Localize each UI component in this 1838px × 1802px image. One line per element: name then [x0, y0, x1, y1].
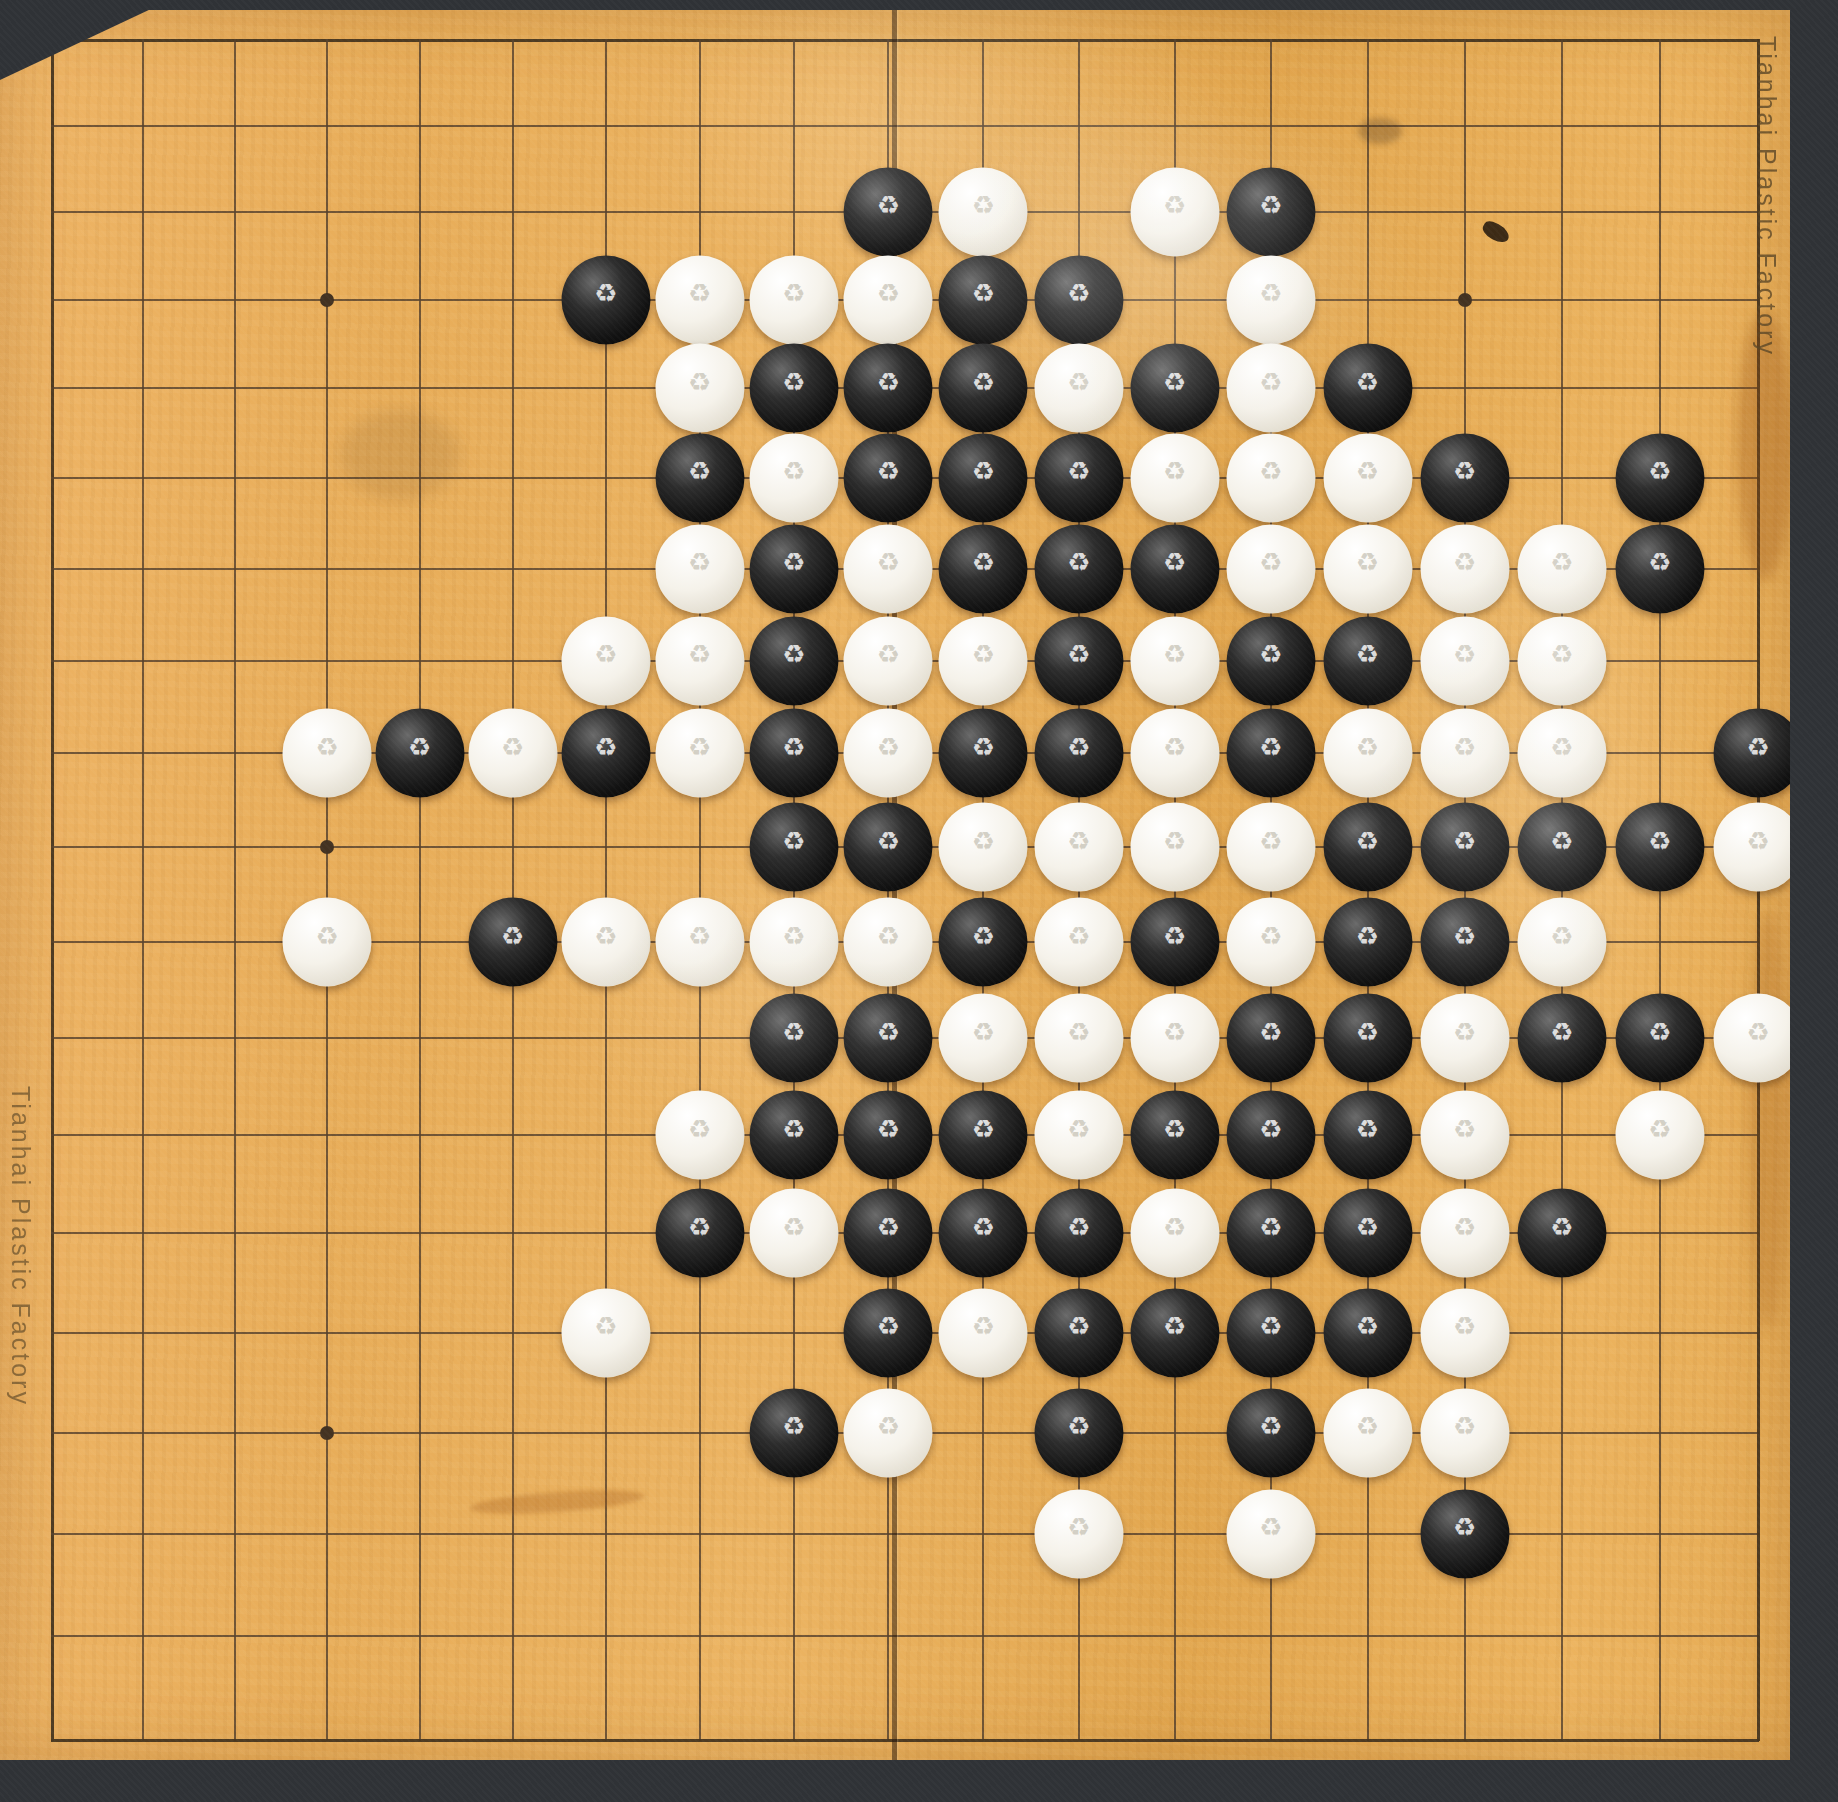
black-stone[interactable]: ♻: [749, 344, 838, 433]
recycle-symbol-icon: ♻: [1453, 1312, 1476, 1338]
recycle-symbol-icon: ♻: [1259, 827, 1282, 853]
recycle-symbol-icon: ♻: [782, 922, 805, 948]
white-stone[interactable]: ♻: [1130, 1189, 1219, 1278]
black-stone[interactable]: ♻: [1323, 994, 1412, 1083]
white-stone[interactable]: ♻: [1226, 1490, 1315, 1579]
black-stone[interactable]: ♻: [655, 1189, 744, 1278]
recycle-symbol-icon: ♻: [594, 1312, 617, 1338]
recycle-symbol-icon: ♻: [594, 922, 617, 948]
table-surface: [0, 0, 1838, 10]
black-stone[interactable]: ♻: [1323, 344, 1412, 433]
recycle-symbol-icon: ♻: [1163, 922, 1186, 948]
table-surface: [1790, 0, 1838, 1802]
black-stone[interactable]: ♻: [1615, 803, 1704, 892]
star-point: [1458, 293, 1472, 307]
white-stone[interactable]: ♻: [1226, 524, 1315, 613]
recycle-symbol-icon: ♻: [501, 733, 524, 759]
recycle-symbol-icon: ♻: [877, 1213, 900, 1239]
recycle-symbol-icon: ♻: [1163, 827, 1186, 853]
black-stone[interactable]: ♻: [844, 344, 933, 433]
recycle-symbol-icon: ♻: [688, 549, 711, 575]
recycle-symbol-icon: ♻: [1453, 1413, 1476, 1439]
white-stone[interactable]: ♻: [1226, 898, 1315, 987]
recycle-symbol-icon: ♻: [1356, 827, 1379, 853]
recycle-symbol-icon: ♻: [1746, 1018, 1769, 1044]
recycle-symbol-icon: ♻: [877, 192, 900, 218]
recycle-symbol-icon: ♻: [1453, 640, 1476, 666]
recycle-symbol-icon: ♻: [688, 640, 711, 666]
grid-line: [51, 39, 54, 1741]
black-stone[interactable]: ♻: [1323, 1091, 1412, 1180]
black-stone[interactable]: ♻: [939, 898, 1028, 987]
recycle-symbol-icon: ♻: [688, 368, 711, 394]
recycle-symbol-icon: ♻: [877, 827, 900, 853]
star-point: [320, 840, 334, 854]
recycle-symbol-icon: ♻: [972, 1213, 995, 1239]
recycle-symbol-icon: ♻: [1259, 1018, 1282, 1044]
recycle-symbol-icon: ♻: [782, 1213, 805, 1239]
white-stone[interactable]: ♻: [1420, 1388, 1509, 1477]
recycle-symbol-icon: ♻: [1163, 1018, 1186, 1044]
recycle-symbol-icon: ♻: [1453, 549, 1476, 575]
recycle-symbol-icon: ♻: [1356, 733, 1379, 759]
recycle-symbol-icon: ♻: [688, 280, 711, 306]
recycle-symbol-icon: ♻: [1550, 922, 1573, 948]
recycle-symbol-icon: ♻: [1067, 922, 1090, 948]
black-stone[interactable]: ♻: [1034, 524, 1123, 613]
white-stone[interactable]: ♻: [749, 898, 838, 987]
recycle-symbol-icon: ♻: [1067, 1312, 1090, 1338]
black-stone[interactable]: ♻: [844, 434, 933, 523]
recycle-symbol-icon: ♻: [1453, 827, 1476, 853]
wood-stain: [1748, 910, 1788, 1330]
recycle-symbol-icon: ♻: [315, 733, 338, 759]
white-stone[interactable]: ♻: [1518, 898, 1607, 987]
recycle-symbol-icon: ♻: [1163, 368, 1186, 394]
white-stone[interactable]: ♻: [655, 344, 744, 433]
recycle-symbol-icon: ♻: [1163, 458, 1186, 484]
black-stone[interactable]: ♻: [939, 344, 1028, 433]
black-stone[interactable]: ♻: [1518, 803, 1607, 892]
black-stone[interactable]: ♻: [749, 994, 838, 1083]
star-point: [320, 293, 334, 307]
recycle-symbol-icon: ♻: [1746, 733, 1769, 759]
white-stone[interactable]: ♻: [1518, 709, 1607, 798]
recycle-symbol-icon: ♻: [1259, 368, 1282, 394]
grid-line: [142, 39, 144, 1741]
white-stone[interactable]: ♻: [749, 1189, 838, 1278]
recycle-symbol-icon: ♻: [1356, 368, 1379, 394]
black-stone[interactable]: ♻: [939, 1189, 1028, 1278]
white-stone[interactable]: ♻: [844, 255, 933, 344]
black-stone[interactable]: ♻: [1226, 709, 1315, 798]
recycle-symbol-icon: ♻: [1648, 1115, 1671, 1141]
white-stone[interactable]: ♻: [1226, 344, 1315, 433]
white-stone[interactable]: ♻: [655, 1091, 744, 1180]
recycle-symbol-icon: ♻: [782, 368, 805, 394]
recycle-symbol-icon: ♻: [972, 1115, 995, 1141]
recycle-symbol-icon: ♻: [1648, 1018, 1671, 1044]
recycle-symbol-icon: ♻: [1356, 549, 1379, 575]
white-stone[interactable]: ♻: [1323, 524, 1412, 613]
recycle-symbol-icon: ♻: [877, 458, 900, 484]
recycle-symbol-icon: ♻: [1067, 1514, 1090, 1540]
recycle-symbol-icon: ♻: [1067, 827, 1090, 853]
black-stone[interactable]: ♻: [1323, 1288, 1412, 1377]
white-stone[interactable]: ♻: [1034, 1490, 1123, 1579]
grid-line: [419, 39, 421, 1741]
recycle-symbol-icon: ♻: [1067, 549, 1090, 575]
recycle-symbol-icon: ♻: [877, 280, 900, 306]
black-stone[interactable]: ♻: [1615, 434, 1704, 523]
white-stone[interactable]: ♻: [749, 434, 838, 523]
recycle-symbol-icon: ♻: [782, 1018, 805, 1044]
black-stone[interactable]: ♻: [1615, 524, 1704, 613]
black-stone[interactable]: ♻: [1420, 898, 1509, 987]
white-stone[interactable]: ♻: [1130, 803, 1219, 892]
white-stone[interactable]: ♻: [1034, 344, 1123, 433]
black-stone[interactable]: ♻: [749, 1091, 838, 1180]
black-stone[interactable]: ♻: [375, 709, 464, 798]
black-stone[interactable]: ♻: [749, 1388, 838, 1477]
black-stone[interactable]: ♻: [1034, 434, 1123, 523]
recycle-symbol-icon: ♻: [688, 922, 711, 948]
white-stone[interactable]: ♻: [655, 255, 744, 344]
black-stone[interactable]: ♻: [939, 524, 1028, 613]
star-point: [320, 1426, 334, 1440]
recycle-symbol-icon: ♻: [1259, 192, 1282, 218]
black-stone[interactable]: ♻: [844, 994, 933, 1083]
recycle-symbol-icon: ♻: [972, 549, 995, 575]
recycle-symbol-icon: ♻: [1550, 640, 1573, 666]
grid-line: [51, 1739, 1759, 1742]
recycle-symbol-icon: ♻: [1453, 458, 1476, 484]
black-stone[interactable]: ♻: [1130, 1091, 1219, 1180]
white-stone[interactable]: ♻: [283, 898, 372, 987]
recycle-symbol-icon: ♻: [972, 1018, 995, 1044]
recycle-symbol-icon: ♻: [1453, 733, 1476, 759]
black-stone[interactable]: ♻: [1518, 1189, 1607, 1278]
recycle-symbol-icon: ♻: [594, 733, 617, 759]
recycle-symbol-icon: ♻: [1163, 192, 1186, 218]
white-stone[interactable]: ♻: [939, 994, 1028, 1083]
white-stone[interactable]: ♻: [1130, 168, 1219, 257]
recycle-symbol-icon: ♻: [1259, 733, 1282, 759]
black-stone[interactable]: ♻: [1130, 898, 1219, 987]
recycle-symbol-icon: ♻: [688, 733, 711, 759]
recycle-symbol-icon: ♻: [1453, 1514, 1476, 1540]
black-stone[interactable]: ♻: [1420, 803, 1509, 892]
recycle-symbol-icon: ♻: [688, 1115, 711, 1141]
recycle-symbol-icon: ♻: [1453, 1115, 1476, 1141]
recycle-symbol-icon: ♻: [972, 922, 995, 948]
white-stone[interactable]: ♻: [1034, 1091, 1123, 1180]
grid-line: [234, 39, 236, 1741]
white-stone[interactable]: ♻: [1420, 1288, 1509, 1377]
black-stone[interactable]: ♻: [844, 1189, 933, 1278]
black-stone[interactable]: ♻: [1518, 994, 1607, 1083]
recycle-symbol-icon: ♻: [688, 458, 711, 484]
recycle-symbol-icon: ♻: [1453, 1018, 1476, 1044]
black-stone[interactable]: ♻: [844, 1288, 933, 1377]
black-stone[interactable]: ♻: [1420, 434, 1509, 523]
brand-text: Tianhai Plastic Factory: [1752, 36, 1781, 357]
black-stone[interactable]: ♻: [844, 803, 933, 892]
recycle-symbol-icon: ♻: [972, 192, 995, 218]
recycle-symbol-icon: ♻: [1259, 458, 1282, 484]
white-stone[interactable]: ♻: [1034, 898, 1123, 987]
white-stone[interactable]: ♻: [655, 616, 744, 705]
white-stone[interactable]: ♻: [844, 524, 933, 613]
white-stone[interactable]: ♻: [1130, 434, 1219, 523]
white-stone[interactable]: ♻: [655, 709, 744, 798]
recycle-symbol-icon: ♻: [877, 922, 900, 948]
white-stone[interactable]: ♻: [561, 898, 650, 987]
recycle-symbol-icon: ♻: [972, 458, 995, 484]
wood-stain: [340, 410, 460, 500]
recycle-symbol-icon: ♻: [1356, 922, 1379, 948]
recycle-symbol-icon: ♻: [1259, 1213, 1282, 1239]
white-stone[interactable]: ♻: [1518, 616, 1607, 705]
white-stone[interactable]: ♻: [1615, 1091, 1704, 1180]
recycle-symbol-icon: ♻: [782, 640, 805, 666]
black-stone[interactable]: ♻: [939, 255, 1028, 344]
recycle-symbol-icon: ♻: [972, 733, 995, 759]
grid-line: [51, 125, 1759, 127]
recycle-symbol-icon: ♻: [1648, 549, 1671, 575]
black-stone[interactable]: ♻: [1323, 898, 1412, 987]
white-stone[interactable]: ♻: [1323, 434, 1412, 523]
recycle-symbol-icon: ♻: [1550, 733, 1573, 759]
recycle-symbol-icon: ♻: [1550, 1018, 1573, 1044]
recycle-symbol-icon: ♻: [1356, 1115, 1379, 1141]
white-stone[interactable]: ♻: [1226, 803, 1315, 892]
black-stone[interactable]: ♻: [749, 616, 838, 705]
black-stone[interactable]: ♻: [1615, 994, 1704, 1083]
recycle-symbol-icon: ♻: [1746, 827, 1769, 853]
black-stone[interactable]: ♻: [468, 898, 557, 987]
recycle-symbol-icon: ♻: [877, 549, 900, 575]
recycle-symbol-icon: ♻: [782, 827, 805, 853]
black-stone[interactable]: ♻: [1034, 1388, 1123, 1477]
recycle-symbol-icon: ♻: [408, 733, 431, 759]
black-stone[interactable]: ♻: [1226, 168, 1315, 257]
recycle-symbol-icon: ♻: [1067, 1213, 1090, 1239]
black-stone[interactable]: ♻: [1226, 616, 1315, 705]
black-stone[interactable]: ♻: [1420, 1490, 1509, 1579]
recycle-symbol-icon: ♻: [877, 1115, 900, 1141]
black-stone[interactable]: ♻: [1323, 616, 1412, 705]
recycle-symbol-icon: ♻: [782, 280, 805, 306]
white-stone[interactable]: ♻: [655, 524, 744, 613]
white-stone[interactable]: ♻: [1034, 994, 1123, 1083]
black-stone[interactable]: ♻: [1034, 1189, 1123, 1278]
white-stone[interactable]: ♻: [844, 1388, 933, 1477]
wood-stain: [470, 1486, 646, 1518]
white-stone[interactable]: ♻: [939, 168, 1028, 257]
black-stone[interactable]: ♻: [749, 524, 838, 613]
white-stone[interactable]: ♻: [1130, 994, 1219, 1083]
black-stone[interactable]: ♻: [1226, 1388, 1315, 1477]
recycle-symbol-icon: ♻: [1259, 280, 1282, 306]
recycle-symbol-icon: ♻: [1163, 1115, 1186, 1141]
recycle-symbol-icon: ♻: [1163, 549, 1186, 575]
black-stone[interactable]: ♻: [655, 434, 744, 523]
go-board[interactable]: Tianhai Plastic Factory Tianhai Plastic …: [0, 10, 1790, 1760]
recycle-symbol-icon: ♻: [1163, 733, 1186, 759]
black-stone[interactable]: ♻: [1034, 616, 1123, 705]
white-stone[interactable]: ♻: [1323, 1388, 1412, 1477]
recycle-symbol-icon: ♻: [972, 368, 995, 394]
black-stone[interactable]: ♻: [1034, 709, 1123, 798]
white-stone[interactable]: ♻: [1226, 255, 1315, 344]
recycle-symbol-icon: ♻: [501, 922, 524, 948]
white-stone[interactable]: ♻: [1420, 1189, 1509, 1278]
recycle-symbol-icon: ♻: [1067, 280, 1090, 306]
black-stone[interactable]: ♻: [1323, 1189, 1412, 1278]
recycle-symbol-icon: ♻: [1356, 1018, 1379, 1044]
go-board-photo: Tianhai Plastic Factory Tianhai Plastic …: [0, 0, 1838, 1802]
white-stone[interactable]: ♻: [1130, 709, 1219, 798]
black-stone[interactable]: ♻: [1034, 1288, 1123, 1377]
recycle-symbol-icon: ♻: [315, 922, 338, 948]
recycle-symbol-icon: ♻: [1259, 549, 1282, 575]
black-stone[interactable]: ♻: [1130, 1288, 1219, 1377]
recycle-symbol-icon: ♻: [1067, 640, 1090, 666]
recycle-symbol-icon: ♻: [1067, 1018, 1090, 1044]
white-stone[interactable]: ♻: [1420, 994, 1509, 1083]
black-stone[interactable]: ♻: [749, 709, 838, 798]
recycle-symbol-icon: ♻: [1067, 733, 1090, 759]
recycle-symbol-icon: ♻: [1067, 1115, 1090, 1141]
recycle-symbol-icon: ♻: [1550, 1213, 1573, 1239]
recycle-symbol-icon: ♻: [1356, 1413, 1379, 1439]
white-stone[interactable]: ♻: [1323, 709, 1412, 798]
recycle-symbol-icon: ♻: [688, 1213, 711, 1239]
recycle-symbol-icon: ♻: [972, 1312, 995, 1338]
recycle-symbol-icon: ♻: [877, 733, 900, 759]
black-stone[interactable]: ♻: [1323, 803, 1412, 892]
grid-line: [51, 1635, 1759, 1637]
black-stone[interactable]: ♻: [939, 434, 1028, 523]
recycle-symbol-icon: ♻: [972, 640, 995, 666]
recycle-symbol-icon: ♻: [972, 827, 995, 853]
black-stone[interactable]: ♻: [1226, 1091, 1315, 1180]
black-stone[interactable]: ♻: [939, 709, 1028, 798]
recycle-symbol-icon: ♻: [1259, 922, 1282, 948]
black-stone[interactable]: ♻: [749, 803, 838, 892]
recycle-symbol-icon: ♻: [1067, 1413, 1090, 1439]
recycle-symbol-icon: ♻: [1067, 458, 1090, 484]
black-stone[interactable]: ♻: [1226, 994, 1315, 1083]
white-stone[interactable]: ♻: [939, 803, 1028, 892]
recycle-symbol-icon: ♻: [594, 280, 617, 306]
recycle-symbol-icon: ♻: [1356, 1312, 1379, 1338]
white-stone[interactable]: ♻: [1420, 524, 1509, 613]
recycle-symbol-icon: ♻: [782, 549, 805, 575]
recycle-symbol-icon: ♻: [1453, 922, 1476, 948]
recycle-symbol-icon: ♻: [877, 1312, 900, 1338]
recycle-symbol-icon: ♻: [1356, 458, 1379, 484]
recycle-symbol-icon: ♻: [972, 280, 995, 306]
white-stone[interactable]: ♻: [939, 1288, 1028, 1377]
white-stone[interactable]: ♻: [1420, 709, 1509, 798]
recycle-symbol-icon: ♻: [1259, 1115, 1282, 1141]
recycle-symbol-icon: ♻: [782, 1115, 805, 1141]
black-stone[interactable]: ♻: [1226, 1189, 1315, 1278]
white-stone[interactable]: ♻: [561, 1288, 650, 1377]
white-stone[interactable]: ♻: [1518, 524, 1607, 613]
recycle-symbol-icon: ♻: [1550, 549, 1573, 575]
white-stone[interactable]: ♻: [561, 616, 650, 705]
white-stone[interactable]: ♻: [1420, 1091, 1509, 1180]
recycle-symbol-icon: ♻: [1550, 827, 1573, 853]
black-stone[interactable]: ♻: [1226, 1288, 1315, 1377]
white-stone[interactable]: ♻: [1034, 803, 1123, 892]
white-stone[interactable]: ♻: [844, 898, 933, 987]
recycle-symbol-icon: ♻: [1163, 640, 1186, 666]
recycle-symbol-icon: ♻: [877, 640, 900, 666]
recycle-symbol-icon: ♻: [782, 733, 805, 759]
recycle-symbol-icon: ♻: [1259, 1514, 1282, 1540]
recycle-symbol-icon: ♻: [877, 1018, 900, 1044]
black-stone[interactable]: ♻: [844, 1091, 933, 1180]
white-stone[interactable]: ♻: [1130, 616, 1219, 705]
black-stone[interactable]: ♻: [1130, 344, 1219, 433]
white-stone[interactable]: ♻: [1226, 434, 1315, 523]
black-stone[interactable]: ♻: [1034, 255, 1123, 344]
white-stone[interactable]: ♻: [655, 898, 744, 987]
recycle-symbol-icon: ♻: [1259, 1312, 1282, 1338]
recycle-symbol-icon: ♻: [782, 458, 805, 484]
black-stone[interactable]: ♻: [939, 1091, 1028, 1180]
recycle-symbol-icon: ♻: [1259, 1413, 1282, 1439]
recycle-symbol-icon: ♻: [1648, 458, 1671, 484]
white-stone[interactable]: ♻: [939, 616, 1028, 705]
grid-line: [512, 39, 514, 1741]
white-stone[interactable]: ♻: [468, 709, 557, 798]
recycle-symbol-icon: ♻: [1356, 640, 1379, 666]
recycle-symbol-icon: ♻: [1356, 1213, 1379, 1239]
recycle-symbol-icon: ♻: [1163, 1213, 1186, 1239]
recycle-symbol-icon: ♻: [1453, 1213, 1476, 1239]
brand-text: Tianhai Plastic Factory: [6, 1086, 35, 1407]
wood-stain: [1358, 118, 1402, 144]
white-stone[interactable]: ♻: [844, 709, 933, 798]
black-stone[interactable]: ♻: [1130, 524, 1219, 613]
recycle-symbol-icon: ♻: [1067, 368, 1090, 394]
recycle-symbol-icon: ♻: [782, 1413, 805, 1439]
recycle-symbol-icon: ♻: [877, 1413, 900, 1439]
white-stone[interactable]: ♻: [749, 255, 838, 344]
table-surface: [0, 1760, 1838, 1802]
insect-speck: [1480, 218, 1512, 245]
black-stone[interactable]: ♻: [844, 168, 933, 257]
white-stone[interactable]: ♻: [1420, 616, 1509, 705]
recycle-symbol-icon: ♻: [1259, 640, 1282, 666]
recycle-symbol-icon: ♻: [877, 368, 900, 394]
recycle-symbol-icon: ♻: [594, 640, 617, 666]
black-stone[interactable]: ♻: [561, 709, 650, 798]
white-stone[interactable]: ♻: [844, 616, 933, 705]
grid-line: [51, 39, 1759, 42]
recycle-symbol-icon: ♻: [1163, 1312, 1186, 1338]
white-stone[interactable]: ♻: [283, 709, 372, 798]
recycle-symbol-icon: ♻: [1648, 827, 1671, 853]
black-stone[interactable]: ♻: [561, 255, 650, 344]
